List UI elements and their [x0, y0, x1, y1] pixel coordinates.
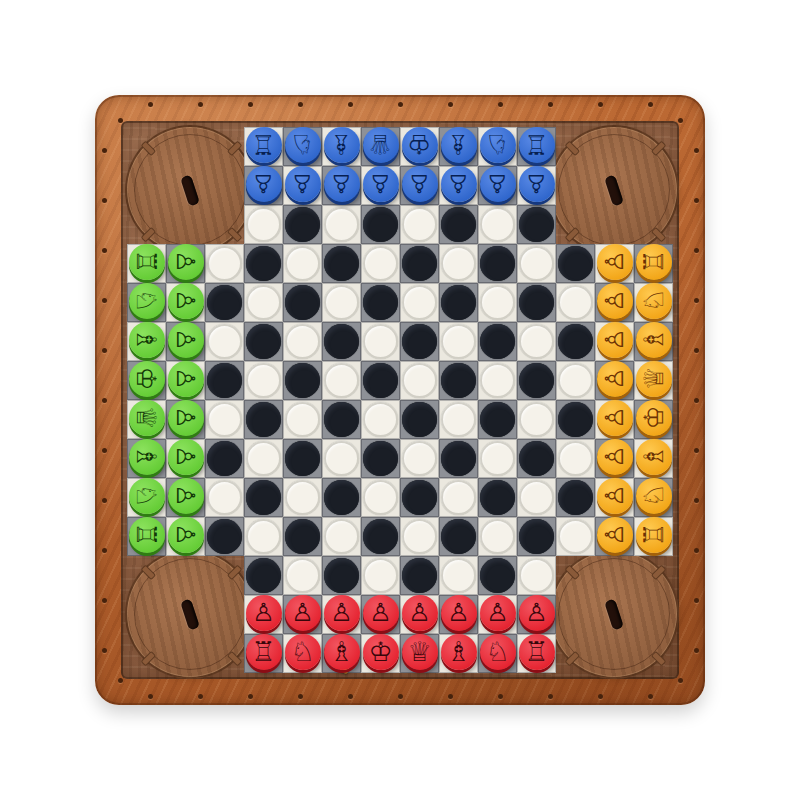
square-k7[interactable]	[517, 400, 556, 439]
square-i6[interactable]	[439, 439, 478, 478]
square-j2[interactable]: ♙	[478, 595, 517, 634]
square-j12[interactable]	[478, 205, 517, 244]
green-bishop[interactable]: ♗	[129, 439, 165, 475]
square-h4[interactable]	[400, 517, 439, 556]
square-h6[interactable]	[400, 439, 439, 478]
green-pawn[interactable]: ♙	[168, 244, 204, 280]
square-k12[interactable]	[517, 205, 556, 244]
yellow-pawn[interactable]: ♙	[597, 361, 633, 397]
red-pawn[interactable]: ♙	[363, 595, 399, 631]
green-knight[interactable]: ♘	[129, 283, 165, 319]
square-g3[interactable]	[361, 556, 400, 595]
corner-wood	[634, 634, 673, 673]
square-l4[interactable]	[556, 517, 595, 556]
knight-glyph: ♘	[290, 638, 314, 665]
square-e7[interactable]	[283, 400, 322, 439]
square-d2[interactable]: ♙	[244, 595, 283, 634]
square-n11[interactable]: ♖	[634, 244, 673, 283]
square-k11[interactable]	[517, 244, 556, 283]
blue-pawn[interactable]: ♙	[441, 166, 477, 202]
square-c9[interactable]	[205, 322, 244, 361]
square-g14[interactable]: ♕	[361, 127, 400, 166]
square-a7[interactable]: ♕	[127, 400, 166, 439]
square-d4[interactable]	[244, 517, 283, 556]
corner-wood	[127, 166, 166, 205]
square-h12[interactable]	[400, 205, 439, 244]
bishop-glyph: ♗	[446, 638, 470, 665]
blue-rook[interactable]: ♖	[246, 127, 282, 163]
square-h2[interactable]: ♙	[400, 595, 439, 634]
square-i10[interactable]	[439, 283, 478, 322]
square-l8[interactable]	[556, 361, 595, 400]
square-d1[interactable]: ♖	[244, 634, 283, 673]
green-knight[interactable]: ♘	[129, 478, 165, 514]
square-m8[interactable]: ♙	[595, 361, 634, 400]
square-k6[interactable]	[517, 439, 556, 478]
square-f8[interactable]	[322, 361, 361, 400]
square-g7[interactable]	[361, 400, 400, 439]
square-n8[interactable]: ♕	[634, 361, 673, 400]
pawn-glyph: ♙	[525, 171, 547, 196]
square-j7[interactable]	[478, 400, 517, 439]
green-pawn[interactable]: ♙	[168, 478, 204, 514]
yellow-knight[interactable]: ♘	[636, 283, 672, 319]
square-m11[interactable]: ♙	[595, 244, 634, 283]
green-queen[interactable]: ♕	[129, 400, 165, 436]
square-m5[interactable]: ♙	[595, 478, 634, 517]
pawn-glyph: ♙	[602, 523, 627, 545]
square-j8[interactable]	[478, 361, 517, 400]
bishop-glyph: ♗	[329, 638, 353, 665]
green-pawn[interactable]: ♙	[168, 517, 204, 553]
square-d11[interactable]	[244, 244, 283, 283]
pawn-glyph: ♙	[602, 484, 627, 506]
square-i13[interactable]: ♙	[439, 166, 478, 205]
corner-wood	[166, 595, 205, 634]
square-n9[interactable]: ♗	[634, 322, 673, 361]
square-a8[interactable]: ♔	[127, 361, 166, 400]
square-h11[interactable]	[400, 244, 439, 283]
square-j5[interactable]	[478, 478, 517, 517]
square-a11[interactable]: ♖	[127, 244, 166, 283]
queen-glyph: ♕	[368, 131, 392, 158]
red-knight[interactable]: ♘	[285, 634, 321, 670]
square-h10[interactable]	[400, 283, 439, 322]
square-c6[interactable]	[205, 439, 244, 478]
blue-king[interactable]: ♔	[402, 127, 438, 163]
square-f3[interactable]	[322, 556, 361, 595]
square-d8[interactable]	[244, 361, 283, 400]
red-pawn[interactable]: ♙	[441, 595, 477, 631]
blue-knight[interactable]: ♘	[480, 127, 516, 163]
square-i4[interactable]	[439, 517, 478, 556]
square-b11[interactable]: ♙	[166, 244, 205, 283]
corner-wood	[595, 205, 634, 244]
queen-glyph: ♕	[133, 405, 160, 429]
pawn-glyph: ♙	[173, 445, 198, 467]
blue-bishop[interactable]: ♗	[441, 127, 477, 163]
nail-dot	[694, 448, 699, 453]
corner-wood	[634, 127, 673, 166]
pawn-glyph: ♙	[291, 171, 313, 196]
square-l5[interactable]	[556, 478, 595, 517]
green-rook[interactable]: ♖	[129, 244, 165, 280]
nail-dot	[102, 298, 107, 303]
nail-dot	[102, 398, 107, 403]
yellow-queen[interactable]: ♕	[636, 361, 672, 397]
yellow-pawn[interactable]: ♙	[597, 244, 633, 280]
blue-pawn[interactable]: ♙	[285, 166, 321, 202]
square-e9[interactable]	[283, 322, 322, 361]
red-bishop[interactable]: ♗	[441, 634, 477, 670]
square-g6[interactable]	[361, 439, 400, 478]
square-d6[interactable]	[244, 439, 283, 478]
pawn-glyph: ♙	[447, 171, 469, 196]
square-g13[interactable]: ♙	[361, 166, 400, 205]
square-g9[interactable]	[361, 322, 400, 361]
red-pawn[interactable]: ♙	[519, 595, 555, 631]
knight-glyph: ♘	[640, 288, 667, 312]
square-a5[interactable]: ♘	[127, 478, 166, 517]
pawn-glyph: ♙	[173, 484, 198, 506]
green-king[interactable]: ♔	[129, 361, 165, 397]
blue-rook[interactable]: ♖	[519, 127, 555, 163]
square-b4[interactable]: ♙	[166, 517, 205, 556]
square-h13[interactable]: ♙	[400, 166, 439, 205]
square-h8[interactable]	[400, 361, 439, 400]
square-g12[interactable]	[361, 205, 400, 244]
yellow-pawn[interactable]: ♙	[597, 517, 633, 553]
square-b5[interactable]: ♙	[166, 478, 205, 517]
square-b10[interactable]: ♙	[166, 283, 205, 322]
square-n4[interactable]: ♖	[634, 517, 673, 556]
square-i9[interactable]	[439, 322, 478, 361]
queen-glyph: ♕	[640, 366, 667, 390]
square-a9[interactable]: ♗	[127, 322, 166, 361]
square-e12[interactable]	[283, 205, 322, 244]
corner-wood	[634, 556, 673, 595]
nail-dot	[248, 694, 253, 699]
square-d13[interactable]: ♙	[244, 166, 283, 205]
square-e5[interactable]	[283, 478, 322, 517]
red-rook[interactable]: ♖	[519, 634, 555, 670]
square-f4[interactable]	[322, 517, 361, 556]
yellow-knight[interactable]: ♘	[636, 478, 672, 514]
square-g11[interactable]	[361, 244, 400, 283]
yellow-king[interactable]: ♔	[636, 400, 672, 436]
blue-pawn[interactable]: ♙	[363, 166, 399, 202]
square-c5[interactable]	[205, 478, 244, 517]
red-bishop[interactable]: ♗	[324, 634, 360, 670]
nail-dot	[348, 102, 353, 107]
blue-pawn[interactable]: ♙	[402, 166, 438, 202]
nail-dot	[102, 498, 107, 503]
square-j3[interactable]	[478, 556, 517, 595]
square-e10[interactable]	[283, 283, 322, 322]
square-k5[interactable]	[517, 478, 556, 517]
square-m7[interactable]: ♙	[595, 400, 634, 439]
nail-dot	[118, 118, 123, 123]
red-rook[interactable]: ♖	[246, 634, 282, 670]
square-j14[interactable]: ♘	[478, 127, 517, 166]
pawn-glyph: ♙	[602, 328, 627, 350]
nail-dot	[102, 448, 107, 453]
square-j13[interactable]: ♙	[478, 166, 517, 205]
nail-dot	[648, 694, 653, 699]
square-m6[interactable]: ♙	[595, 439, 634, 478]
knight-glyph: ♘	[485, 638, 509, 665]
green-bishop[interactable]: ♗	[129, 322, 165, 358]
nail-dot	[598, 694, 603, 699]
square-j10[interactable]	[478, 283, 517, 322]
green-pawn[interactable]: ♙	[168, 283, 204, 319]
yellow-pawn[interactable]: ♙	[597, 478, 633, 514]
pawn-glyph: ♙	[173, 523, 198, 545]
square-d5[interactable]	[244, 478, 283, 517]
square-j6[interactable]	[478, 439, 517, 478]
square-d9[interactable]	[244, 322, 283, 361]
red-queen[interactable]: ♕	[402, 634, 438, 670]
yellow-bishop[interactable]: ♗	[636, 439, 672, 475]
square-f10[interactable]	[322, 283, 361, 322]
square-f6[interactable]	[322, 439, 361, 478]
red-knight[interactable]: ♘	[480, 634, 516, 670]
square-k9[interactable]	[517, 322, 556, 361]
square-h1[interactable]: ♕	[400, 634, 439, 673]
square-h9[interactable]	[400, 322, 439, 361]
square-k8[interactable]	[517, 361, 556, 400]
square-i1[interactable]: ♗	[439, 634, 478, 673]
square-e8[interactable]	[283, 361, 322, 400]
square-n10[interactable]: ♘	[634, 283, 673, 322]
nail-dot	[498, 102, 503, 107]
nail-dot	[102, 648, 107, 653]
corner-wood	[556, 166, 595, 205]
square-c7[interactable]	[205, 400, 244, 439]
square-m10[interactable]: ♙	[595, 283, 634, 322]
square-i11[interactable]	[439, 244, 478, 283]
corner-wood	[205, 556, 244, 595]
knight-glyph: ♘	[485, 131, 509, 158]
green-rook[interactable]: ♖	[129, 517, 165, 553]
square-k1[interactable]: ♖	[517, 634, 556, 673]
nail-dot	[102, 198, 107, 203]
square-f14[interactable]: ♗	[322, 127, 361, 166]
blue-pawn[interactable]: ♙	[324, 166, 360, 202]
blue-pawn[interactable]: ♙	[246, 166, 282, 202]
square-a10[interactable]: ♘	[127, 283, 166, 322]
nail-dot	[694, 598, 699, 603]
pawn-glyph: ♙	[602, 250, 627, 272]
square-e1[interactable]: ♘	[283, 634, 322, 673]
square-k3[interactable]	[517, 556, 556, 595]
square-l7[interactable]	[556, 400, 595, 439]
blue-pawn[interactable]: ♙	[519, 166, 555, 202]
square-k2[interactable]: ♙	[517, 595, 556, 634]
pawn-glyph: ♙	[173, 328, 198, 350]
nail-dot	[148, 694, 153, 699]
square-d14[interactable]: ♖	[244, 127, 283, 166]
square-e2[interactable]: ♙	[283, 595, 322, 634]
yellow-pawn[interactable]: ♙	[597, 439, 633, 475]
blue-queen[interactable]: ♕	[363, 127, 399, 163]
king-glyph: ♔	[640, 405, 667, 429]
square-e4[interactable]	[283, 517, 322, 556]
square-k10[interactable]	[517, 283, 556, 322]
square-g1[interactable]: ♔	[361, 634, 400, 673]
square-d3[interactable]	[244, 556, 283, 595]
square-j9[interactable]	[478, 322, 517, 361]
square-d10[interactable]	[244, 283, 283, 322]
square-k4[interactable]	[517, 517, 556, 556]
green-pawn[interactable]: ♙	[168, 439, 204, 475]
square-h14[interactable]: ♔	[400, 127, 439, 166]
square-h3[interactable]	[400, 556, 439, 595]
square-n6[interactable]: ♗	[634, 439, 673, 478]
square-e11[interactable]	[283, 244, 322, 283]
square-m4[interactable]: ♙	[595, 517, 634, 556]
square-h7[interactable]	[400, 400, 439, 439]
nail-dot	[694, 298, 699, 303]
rook-glyph: ♖	[251, 638, 275, 665]
green-pawn[interactable]: ♙	[168, 400, 204, 436]
corner-wood	[127, 634, 166, 673]
yellow-pawn[interactable]: ♙	[597, 322, 633, 358]
nail-dot	[694, 248, 699, 253]
square-c4[interactable]	[205, 517, 244, 556]
nail-dot	[694, 648, 699, 653]
nail-dot	[198, 102, 203, 107]
square-e6[interactable]	[283, 439, 322, 478]
square-d7[interactable]	[244, 400, 283, 439]
nail-dot	[102, 148, 107, 153]
blue-pawn[interactable]: ♙	[480, 166, 516, 202]
square-c11[interactable]	[205, 244, 244, 283]
red-pawn[interactable]: ♙	[246, 595, 282, 631]
square-f1[interactable]: ♗	[322, 634, 361, 673]
square-h5[interactable]	[400, 478, 439, 517]
square-a6[interactable]: ♗	[127, 439, 166, 478]
corner-wood	[595, 556, 634, 595]
square-g5[interactable]	[361, 478, 400, 517]
nail-dot	[548, 694, 553, 699]
square-f9[interactable]	[322, 322, 361, 361]
square-f11[interactable]	[322, 244, 361, 283]
yellow-rook[interactable]: ♖	[636, 517, 672, 553]
square-i3[interactable]	[439, 556, 478, 595]
square-m9[interactable]: ♙	[595, 322, 634, 361]
yellow-rook[interactable]: ♖	[636, 244, 672, 280]
square-a4[interactable]: ♖	[127, 517, 166, 556]
square-l11[interactable]	[556, 244, 595, 283]
square-g8[interactable]	[361, 361, 400, 400]
rook-glyph: ♖	[133, 249, 160, 273]
corner-wood	[205, 127, 244, 166]
square-e13[interactable]: ♙	[283, 166, 322, 205]
nail-dot	[298, 694, 303, 699]
square-i5[interactable]	[439, 478, 478, 517]
chess-board: ♖♘♗♕♔♗♘♖♙♙♙♙♙♙♙♙♖♙♙♖♘♙♙♘♗♙♙♗♔♙♙♕♕♙♙♔♗♙♙♗…	[127, 127, 673, 673]
red-pawn[interactable]: ♙	[402, 595, 438, 631]
square-g4[interactable]	[361, 517, 400, 556]
green-pawn[interactable]: ♙	[168, 361, 204, 397]
nail-dot	[148, 102, 153, 107]
pawn-glyph: ♙	[369, 600, 391, 625]
square-n5[interactable]: ♘	[634, 478, 673, 517]
square-d12[interactable]	[244, 205, 283, 244]
green-pawn[interactable]: ♙	[168, 322, 204, 358]
nail-dot	[102, 548, 107, 553]
square-i8[interactable]	[439, 361, 478, 400]
nail-dot	[548, 102, 553, 107]
square-e14[interactable]: ♘	[283, 127, 322, 166]
nail-dot	[102, 348, 107, 353]
square-f13[interactable]: ♙	[322, 166, 361, 205]
square-l10[interactable]	[556, 283, 595, 322]
square-f7[interactable]	[322, 400, 361, 439]
square-f5[interactable]	[322, 478, 361, 517]
corner-wood	[127, 556, 166, 595]
square-g2[interactable]: ♙	[361, 595, 400, 634]
square-i12[interactable]	[439, 205, 478, 244]
blue-knight[interactable]: ♘	[285, 127, 321, 163]
square-i2[interactable]: ♙	[439, 595, 478, 634]
square-c10[interactable]	[205, 283, 244, 322]
red-pawn[interactable]: ♙	[285, 595, 321, 631]
corner-wood	[556, 127, 595, 166]
pawn-glyph: ♙	[173, 367, 198, 389]
square-b8[interactable]: ♙	[166, 361, 205, 400]
square-f12[interactable]	[322, 205, 361, 244]
yellow-bishop[interactable]: ♗	[636, 322, 672, 358]
yellow-pawn[interactable]: ♙	[597, 400, 633, 436]
pawn-glyph: ♙	[330, 171, 352, 196]
square-j4[interactable]	[478, 517, 517, 556]
square-i14[interactable]: ♗	[439, 127, 478, 166]
corner-wood	[166, 127, 205, 166]
square-l9[interactable]	[556, 322, 595, 361]
red-king[interactable]: ♔	[363, 634, 399, 670]
corner-wood	[595, 127, 634, 166]
square-g10[interactable]	[361, 283, 400, 322]
square-b6[interactable]: ♙	[166, 439, 205, 478]
pawn-glyph: ♙	[602, 289, 627, 311]
yellow-pawn[interactable]: ♙	[597, 283, 633, 319]
corner-wood	[595, 166, 634, 205]
square-l6[interactable]	[556, 439, 595, 478]
square-f2[interactable]: ♙	[322, 595, 361, 634]
square-n7[interactable]: ♔	[634, 400, 673, 439]
square-j1[interactable]: ♘	[478, 634, 517, 673]
square-e3[interactable]	[283, 556, 322, 595]
corner-wood	[595, 634, 634, 673]
red-pawn[interactable]: ♙	[480, 595, 516, 631]
square-c8[interactable]	[205, 361, 244, 400]
square-b7[interactable]: ♙	[166, 400, 205, 439]
board-photo: ♖♘♗♕♔♗♘♖♙♙♙♙♙♙♙♙♖♙♙♖♘♙♙♘♗♙♙♗♔♙♙♕♕♙♙♔♗♙♙♗…	[0, 0, 800, 800]
square-k14[interactable]: ♖	[517, 127, 556, 166]
corner-wood	[595, 595, 634, 634]
square-b9[interactable]: ♙	[166, 322, 205, 361]
nail-dot	[118, 678, 123, 683]
knight-glyph: ♘	[133, 288, 160, 312]
blue-bishop[interactable]: ♗	[324, 127, 360, 163]
nail-dot	[694, 548, 699, 553]
square-j11[interactable]	[478, 244, 517, 283]
square-i7[interactable]	[439, 400, 478, 439]
red-pawn[interactable]: ♙	[324, 595, 360, 631]
square-k13[interactable]: ♙	[517, 166, 556, 205]
